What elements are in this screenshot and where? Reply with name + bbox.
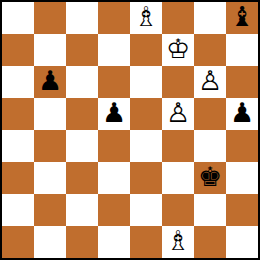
square-c8[interactable] [66, 2, 98, 34]
square-c2[interactable] [66, 194, 98, 226]
square-f1[interactable]: ♗ [162, 226, 194, 258]
square-b5[interactable] [34, 98, 66, 130]
square-d6[interactable] [98, 66, 130, 98]
square-d8[interactable] [98, 2, 130, 34]
square-a2[interactable] [2, 194, 34, 226]
white-pawn-piece: ♙ [166, 98, 190, 129]
square-e6[interactable] [130, 66, 162, 98]
square-f3[interactable] [162, 162, 194, 194]
square-g5[interactable] [194, 98, 226, 130]
square-b7[interactable] [34, 34, 66, 66]
square-f6[interactable] [162, 66, 194, 98]
square-b8[interactable] [34, 2, 66, 34]
square-b6[interactable]: ♟ [34, 66, 66, 98]
square-a4[interactable] [2, 130, 34, 162]
square-e5[interactable] [130, 98, 162, 130]
square-g6[interactable]: ♙ [194, 66, 226, 98]
square-b1[interactable] [34, 226, 66, 258]
square-a3[interactable] [2, 162, 34, 194]
square-f4[interactable] [162, 130, 194, 162]
square-d7[interactable] [98, 34, 130, 66]
square-c1[interactable] [66, 226, 98, 258]
square-c5[interactable] [66, 98, 98, 130]
square-h1[interactable] [226, 226, 258, 258]
square-g1[interactable] [194, 226, 226, 258]
square-g4[interactable] [194, 130, 226, 162]
square-h2[interactable] [226, 194, 258, 226]
square-f5[interactable]: ♙ [162, 98, 194, 130]
square-h7[interactable] [226, 34, 258, 66]
square-a6[interactable] [2, 66, 34, 98]
chess-board: ♗♝♔♟♙♟♙♟♚♗ [2, 2, 258, 258]
square-g7[interactable] [194, 34, 226, 66]
square-b2[interactable] [34, 194, 66, 226]
black-king-piece: ♚ [198, 162, 222, 193]
square-c4[interactable] [66, 130, 98, 162]
square-d1[interactable] [98, 226, 130, 258]
white-bishop-piece: ♗ [134, 2, 158, 33]
black-pawn-piece: ♟ [102, 98, 126, 129]
square-g2[interactable] [194, 194, 226, 226]
square-h8[interactable]: ♝ [226, 2, 258, 34]
white-king-piece: ♔ [166, 34, 190, 65]
square-c6[interactable] [66, 66, 98, 98]
square-b3[interactable] [34, 162, 66, 194]
square-h3[interactable] [226, 162, 258, 194]
square-g8[interactable] [194, 2, 226, 34]
square-e4[interactable] [130, 130, 162, 162]
square-e3[interactable] [130, 162, 162, 194]
square-e1[interactable] [130, 226, 162, 258]
square-h5[interactable]: ♟ [226, 98, 258, 130]
square-e7[interactable] [130, 34, 162, 66]
square-d3[interactable] [98, 162, 130, 194]
square-a5[interactable] [2, 98, 34, 130]
square-a7[interactable] [2, 34, 34, 66]
square-b4[interactable] [34, 130, 66, 162]
square-f7[interactable]: ♔ [162, 34, 194, 66]
square-f2[interactable] [162, 194, 194, 226]
square-f8[interactable] [162, 2, 194, 34]
square-a1[interactable] [2, 226, 34, 258]
square-e8[interactable]: ♗ [130, 2, 162, 34]
white-pawn-piece: ♙ [198, 66, 222, 97]
square-c7[interactable] [66, 34, 98, 66]
square-c3[interactable] [66, 162, 98, 194]
square-h6[interactable] [226, 66, 258, 98]
square-h4[interactable] [226, 130, 258, 162]
square-g3[interactable]: ♚ [194, 162, 226, 194]
black-bishop-piece: ♝ [230, 2, 254, 33]
white-bishop-piece: ♗ [166, 226, 190, 257]
square-d2[interactable] [98, 194, 130, 226]
black-pawn-piece: ♟ [38, 66, 62, 97]
square-e2[interactable] [130, 194, 162, 226]
square-d4[interactable] [98, 130, 130, 162]
square-d5[interactable]: ♟ [98, 98, 130, 130]
chess-board-frame: ♗♝♔♟♙♟♙♟♚♗ [0, 0, 260, 260]
square-a8[interactable] [2, 2, 34, 34]
black-pawn-piece: ♟ [230, 98, 254, 129]
